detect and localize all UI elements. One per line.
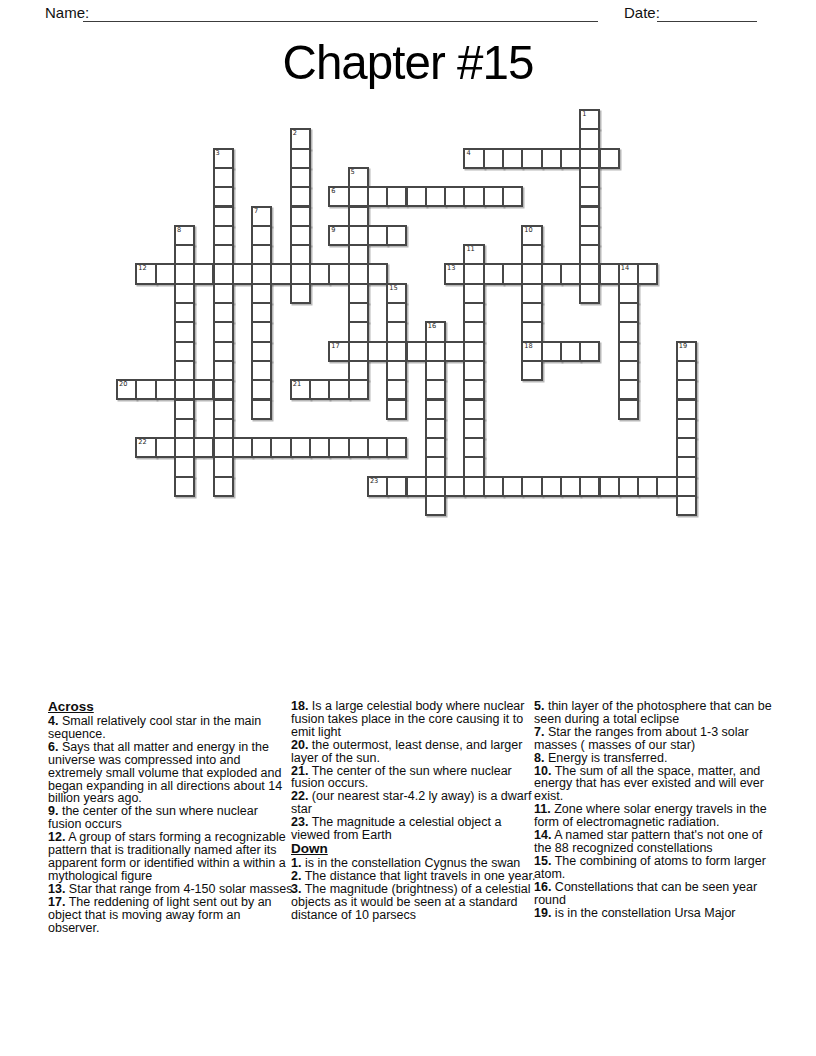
grid-cell[interactable]: [676, 399, 697, 420]
grid-cell[interactable]: [251, 244, 272, 265]
grid-cell[interactable]: [348, 302, 369, 323]
across-clue-4: 4. Small relatively cool star in the mai…: [48, 715, 293, 741]
clue-number-17: 17: [331, 343, 339, 350]
across-clue-22: 22. (our nearest star-4.2 ly away) is a …: [291, 790, 538, 816]
down-clue-7: 7. Star the ranges from about 1-3 solar …: [534, 726, 772, 752]
grid-cell[interactable]: 11: [463, 244, 484, 265]
grid-cell[interactable]: [444, 341, 465, 362]
grid-cell[interactable]: [483, 476, 504, 497]
grid-cell[interactable]: [174, 263, 195, 284]
down-clue-11: 11. Zone where solar energy travels in t…: [534, 803, 772, 829]
grid-cell[interactable]: 16: [425, 321, 446, 342]
grid-cell[interactable]: [560, 476, 581, 497]
name-label: Name:: [45, 4, 89, 21]
grid-cell[interactable]: [386, 341, 407, 362]
grid-cell[interactable]: [348, 206, 369, 227]
grid-cell[interactable]: [251, 225, 272, 246]
grid-cell[interactable]: [328, 263, 349, 284]
grid-cell[interactable]: 9: [328, 225, 349, 246]
grid-cell[interactable]: [213, 244, 234, 265]
grid-cell[interactable]: 15: [386, 283, 407, 304]
grid-cell[interactable]: [425, 399, 446, 420]
clue-number-22: 22: [138, 439, 146, 446]
grid-cell[interactable]: 8: [174, 225, 195, 246]
grid-cell[interactable]: [290, 244, 311, 265]
down-clue-8: 8. Energy is transferred.: [534, 752, 772, 765]
down-clue-5: 5. thin layer of the photosphere that ca…: [534, 700, 772, 726]
grid-cell[interactable]: [444, 476, 465, 497]
grid-cell[interactable]: [676, 456, 697, 477]
grid-cell[interactable]: [579, 476, 600, 497]
grid-cell[interactable]: [290, 225, 311, 246]
clue-number-13: 13: [447, 265, 455, 272]
grid-cell[interactable]: [618, 302, 639, 323]
grid-cell[interactable]: 3: [213, 148, 234, 169]
grid-cell[interactable]: 19: [676, 341, 697, 362]
grid-cell[interactable]: [521, 360, 542, 381]
crossword-worksheet: { "game": "crossword", "header": { "name…: [0, 0, 816, 1056]
grid-cell[interactable]: [328, 437, 349, 458]
clue-number-12: 12: [138, 265, 146, 272]
grid-cell[interactable]: [309, 379, 330, 400]
clue-list-header-down: Down: [291, 842, 538, 856]
grid-cell[interactable]: [425, 437, 446, 458]
grid-cell[interactable]: [463, 476, 484, 497]
grid-cell[interactable]: [618, 476, 639, 497]
grid-cell[interactable]: [213, 321, 234, 342]
down-clue-2: 2. The distance that light travels in on…: [291, 870, 538, 883]
grid-cell[interactable]: [348, 341, 369, 362]
grid-cell[interactable]: [502, 148, 523, 169]
grid-cell[interactable]: [174, 321, 195, 342]
grid-cell[interactable]: [174, 244, 195, 265]
clue-column-middle: 18. Is a large celestial body where nucl…: [291, 700, 538, 922]
grid-cell[interactable]: [386, 225, 407, 246]
grid-cell[interactable]: [502, 186, 523, 207]
grid-cell[interactable]: [463, 186, 484, 207]
grid-cell[interactable]: [348, 186, 369, 207]
grid-cell[interactable]: [463, 379, 484, 400]
grid-cell[interactable]: [579, 225, 600, 246]
grid-cell[interactable]: [174, 360, 195, 381]
grid-cell[interactable]: [270, 263, 291, 284]
grid-cell[interactable]: 7: [251, 206, 272, 227]
grid-cell[interactable]: [290, 263, 311, 284]
grid-cell[interactable]: [155, 379, 176, 400]
grid-cell[interactable]: [348, 360, 369, 381]
grid-cell[interactable]: [618, 341, 639, 362]
grid-cell[interactable]: 13: [444, 263, 465, 284]
grid-cell[interactable]: [251, 379, 272, 400]
grid-cell[interactable]: [367, 263, 388, 284]
grid-cell[interactable]: [232, 263, 253, 284]
grid-cell[interactable]: [251, 341, 272, 362]
crossword-grid: 1234567891011121314151617181920212223: [117, 110, 697, 516]
date-input-line[interactable]: [657, 20, 757, 22]
grid-cell[interactable]: [232, 437, 253, 458]
grid-cell[interactable]: 14: [618, 263, 639, 284]
grid-cell[interactable]: [463, 456, 484, 477]
grid-cell[interactable]: [463, 360, 484, 381]
grid-cell[interactable]: [348, 244, 369, 265]
grid-cell[interactable]: [193, 379, 214, 400]
clue-number-5: 5: [351, 169, 355, 176]
grid-cell[interactable]: 10: [521, 225, 542, 246]
grid-cell[interactable]: [290, 283, 311, 304]
grid-cell[interactable]: [618, 399, 639, 420]
grid-cell[interactable]: [637, 476, 658, 497]
grid-cell[interactable]: [676, 476, 697, 497]
grid-cell[interactable]: [676, 379, 697, 400]
grid-cell[interactable]: [425, 495, 446, 516]
grid-cell[interactable]: [251, 321, 272, 342]
grid-cell[interactable]: [483, 186, 504, 207]
grid-cell[interactable]: 22: [135, 437, 156, 458]
grid-cell[interactable]: [618, 360, 639, 381]
across-clue-17: 17. The reddening of light sent out by a…: [48, 896, 293, 935]
grid-cell[interactable]: [676, 360, 697, 381]
grid-cell[interactable]: [290, 206, 311, 227]
grid-cell[interactable]: [483, 148, 504, 169]
grid-cell[interactable]: [579, 263, 600, 284]
grid-cell[interactable]: [521, 244, 542, 265]
grid-cell[interactable]: [309, 437, 330, 458]
grid-cell[interactable]: [386, 302, 407, 323]
grid-cell[interactable]: [521, 148, 542, 169]
grid-cell[interactable]: [367, 186, 388, 207]
grid-cell[interactable]: [541, 476, 562, 497]
grid-cell[interactable]: [386, 437, 407, 458]
grid-cell[interactable]: [579, 186, 600, 207]
grid-cell[interactable]: 1: [579, 109, 600, 130]
grid-cell[interactable]: 4: [463, 148, 484, 169]
grid-cell[interactable]: [521, 321, 542, 342]
grid-cell[interactable]: [579, 128, 600, 149]
across-clue-6: 6. Says that all matter and energy in th…: [48, 741, 293, 806]
grid-cell[interactable]: [213, 437, 234, 458]
grid-cell[interactable]: [174, 302, 195, 323]
grid-cell[interactable]: [386, 379, 407, 400]
grid-cell[interactable]: [348, 321, 369, 342]
grid-cell[interactable]: [463, 283, 484, 304]
grid-cell[interactable]: [618, 379, 639, 400]
clue-number-18: 18: [524, 343, 532, 350]
grid-cell[interactable]: [579, 341, 600, 362]
grid-cell[interactable]: [425, 186, 446, 207]
grid-cell[interactable]: [174, 418, 195, 439]
grid-cell[interactable]: [348, 225, 369, 246]
grid-cell[interactable]: [425, 379, 446, 400]
grid-cell[interactable]: [599, 148, 620, 169]
grid-cell[interactable]: [135, 379, 156, 400]
clue-number-16: 16: [428, 323, 436, 330]
grid-cell[interactable]: [174, 341, 195, 362]
grid-cell[interactable]: [348, 263, 369, 284]
grid-cell[interactable]: [560, 148, 581, 169]
grid-cell[interactable]: [155, 263, 176, 284]
across-clue-23: 23. The magnitude a celestial object a v…: [291, 816, 538, 842]
grid-cell[interactable]: [348, 379, 369, 400]
grid-cell[interactable]: [386, 186, 407, 207]
grid-cell[interactable]: [406, 186, 427, 207]
date-label: Date:: [624, 4, 660, 21]
clue-number-8: 8: [177, 227, 181, 234]
grid-cell[interactable]: [174, 437, 195, 458]
clue-number-9: 9: [331, 227, 335, 234]
grid-cell[interactable]: [251, 302, 272, 323]
grid-cell[interactable]: 20: [116, 379, 137, 400]
across-clue-9: 9. the center of the sun where nuclear f…: [48, 805, 293, 831]
grid-cell[interactable]: [676, 418, 697, 439]
grid-cell[interactable]: [193, 437, 214, 458]
grid-cell[interactable]: [425, 456, 446, 477]
grid-cell[interactable]: [579, 206, 600, 227]
grid-cell[interactable]: [618, 283, 639, 304]
grid-cell[interactable]: [213, 263, 234, 284]
clue-number-7: 7: [254, 208, 258, 215]
grid-cell[interactable]: [521, 283, 542, 304]
clue-number-3: 3: [216, 150, 220, 157]
name-input-line[interactable]: [83, 20, 598, 22]
grid-cell[interactable]: [213, 399, 234, 420]
grid-cell[interactable]: [213, 206, 234, 227]
grid-cell[interactable]: [676, 495, 697, 516]
grid-cell[interactable]: [213, 186, 234, 207]
grid-cell[interactable]: [502, 476, 523, 497]
grid-cell[interactable]: 18: [521, 341, 542, 362]
grid-cell[interactable]: [251, 263, 272, 284]
grid-cell[interactable]: [656, 476, 677, 497]
down-clue-3: 3. The magnitude (brightness) of a celes…: [291, 883, 538, 922]
grid-cell[interactable]: [174, 379, 195, 400]
grid-cell[interactable]: [386, 360, 407, 381]
across-clue-20: 20. the outermost, least dense, and larg…: [291, 739, 538, 765]
grid-cell[interactable]: [251, 399, 272, 420]
grid-cell[interactable]: [290, 148, 311, 169]
grid-cell[interactable]: [463, 263, 484, 284]
grid-cell[interactable]: [213, 360, 234, 381]
grid-cell[interactable]: [599, 476, 620, 497]
grid-cell[interactable]: [406, 476, 427, 497]
down-clue-16: 16. Constellations that can be seen year…: [534, 881, 772, 907]
grid-cell[interactable]: [521, 302, 542, 323]
down-clue-1: 1. is in the constellation Cygnus the sw…: [291, 857, 538, 870]
grid-cell[interactable]: [425, 476, 446, 497]
grid-cell[interactable]: [579, 244, 600, 265]
grid-cell[interactable]: [367, 225, 388, 246]
across-clue-18: 18. Is a large celestial body where nucl…: [291, 700, 538, 739]
grid-cell[interactable]: [270, 437, 291, 458]
grid-cell[interactable]: [541, 148, 562, 169]
grid-cell[interactable]: [579, 148, 600, 169]
grid-cell[interactable]: [386, 399, 407, 420]
clue-number-21: 21: [293, 381, 301, 388]
grid-cell[interactable]: [367, 341, 388, 362]
down-clue-10: 10. The sum of all the space, matter, an…: [534, 765, 772, 804]
grid-cell[interactable]: [425, 360, 446, 381]
clue-column-across: Across4. Small relatively cool star in t…: [48, 700, 293, 934]
across-clue-13: 13. Star that range from 4-150 solar mas…: [48, 883, 293, 896]
clue-column-down: 5. thin layer of the photosphere that ca…: [534, 700, 772, 919]
clue-list-header-across: Across: [48, 700, 293, 714]
grid-cell[interactable]: [155, 437, 176, 458]
page-title: Chapter #15: [12, 34, 804, 90]
clue-number-2: 2: [293, 130, 297, 137]
grid-cell[interactable]: [560, 263, 581, 284]
down-clue-15: 15. The combining of atoms to form large…: [534, 855, 772, 881]
grid-cell[interactable]: [174, 399, 195, 420]
grid-cell[interactable]: [328, 379, 349, 400]
grid-cell[interactable]: [367, 437, 388, 458]
grid-cell[interactable]: [251, 283, 272, 304]
clue-number-4: 4: [466, 150, 470, 157]
grid-cell[interactable]: [483, 263, 504, 284]
grid-cell[interactable]: [521, 263, 542, 284]
clue-number-19: 19: [679, 343, 687, 350]
grid-cell[interactable]: [213, 225, 234, 246]
grid-cell[interactable]: [541, 263, 562, 284]
grid-cell[interactable]: 5: [348, 167, 369, 188]
down-clue-14: 14. A named star pattern that's not one …: [534, 829, 772, 855]
grid-cell[interactable]: [213, 476, 234, 497]
grid-cell[interactable]: [348, 437, 369, 458]
grid-cell[interactable]: [618, 321, 639, 342]
grid-cell[interactable]: [290, 437, 311, 458]
grid-cell[interactable]: 17: [328, 341, 349, 362]
grid-cell[interactable]: [425, 418, 446, 439]
grid-cell[interactable]: [406, 341, 427, 362]
grid-cell[interactable]: [463, 341, 484, 362]
grid-cell[interactable]: 12: [135, 263, 156, 284]
grid-cell[interactable]: [599, 263, 620, 284]
grid-cell[interactable]: [290, 167, 311, 188]
across-clue-12: 12. A group of stars forming a recogniza…: [48, 831, 293, 883]
grid-cell[interactable]: [213, 167, 234, 188]
grid-cell[interactable]: [463, 399, 484, 420]
grid-cell[interactable]: [463, 321, 484, 342]
clue-number-15: 15: [389, 285, 397, 292]
clue-number-20: 20: [119, 381, 127, 388]
grid-cell[interactable]: [348, 283, 369, 304]
grid-cell[interactable]: 23: [367, 476, 388, 497]
grid-cell[interactable]: [386, 476, 407, 497]
grid-cell[interactable]: [541, 341, 562, 362]
grid-cell[interactable]: [463, 437, 484, 458]
grid-cell[interactable]: [676, 437, 697, 458]
down-clue-19: 19. is in the constellation Ursa Major: [534, 907, 772, 920]
clue-number-10: 10: [524, 227, 532, 234]
grid-cell[interactable]: 2: [290, 128, 311, 149]
grid-cell[interactable]: [174, 456, 195, 477]
grid-cell[interactable]: 6: [328, 186, 349, 207]
grid-cell[interactable]: [444, 186, 465, 207]
grid-cell[interactable]: [251, 360, 272, 381]
grid-cell[interactable]: [213, 456, 234, 477]
clue-number-11: 11: [466, 246, 474, 253]
grid-cell[interactable]: [174, 476, 195, 497]
grid-cell[interactable]: [463, 302, 484, 323]
grid-cell[interactable]: [213, 283, 234, 304]
grid-cell[interactable]: [213, 379, 234, 400]
grid-cell[interactable]: [521, 476, 542, 497]
grid-cell[interactable]: [502, 263, 523, 284]
grid-cell[interactable]: [637, 263, 658, 284]
grid-cell[interactable]: 21: [290, 379, 311, 400]
clue-number-14: 14: [621, 265, 629, 272]
grid-cell[interactable]: [251, 437, 272, 458]
grid-cell[interactable]: [309, 263, 330, 284]
grid-cell[interactable]: [579, 283, 600, 304]
grid-cell[interactable]: [193, 263, 214, 284]
grid-cell[interactable]: [560, 341, 581, 362]
grid-cell[interactable]: [579, 167, 600, 188]
across-clue-21: 21. The center of the sun where nuclear …: [291, 765, 538, 791]
grid-cell[interactable]: [213, 302, 234, 323]
grid-cell[interactable]: [213, 341, 234, 362]
grid-cell[interactable]: [425, 341, 446, 362]
grid-cell[interactable]: [290, 186, 311, 207]
clue-number-6: 6: [331, 188, 335, 195]
grid-cell[interactable]: [386, 321, 407, 342]
grid-cell[interactable]: [213, 418, 234, 439]
clue-number-1: 1: [582, 111, 586, 118]
clue-number-23: 23: [370, 478, 378, 485]
grid-cell[interactable]: [174, 283, 195, 304]
grid-cell[interactable]: [463, 418, 484, 439]
